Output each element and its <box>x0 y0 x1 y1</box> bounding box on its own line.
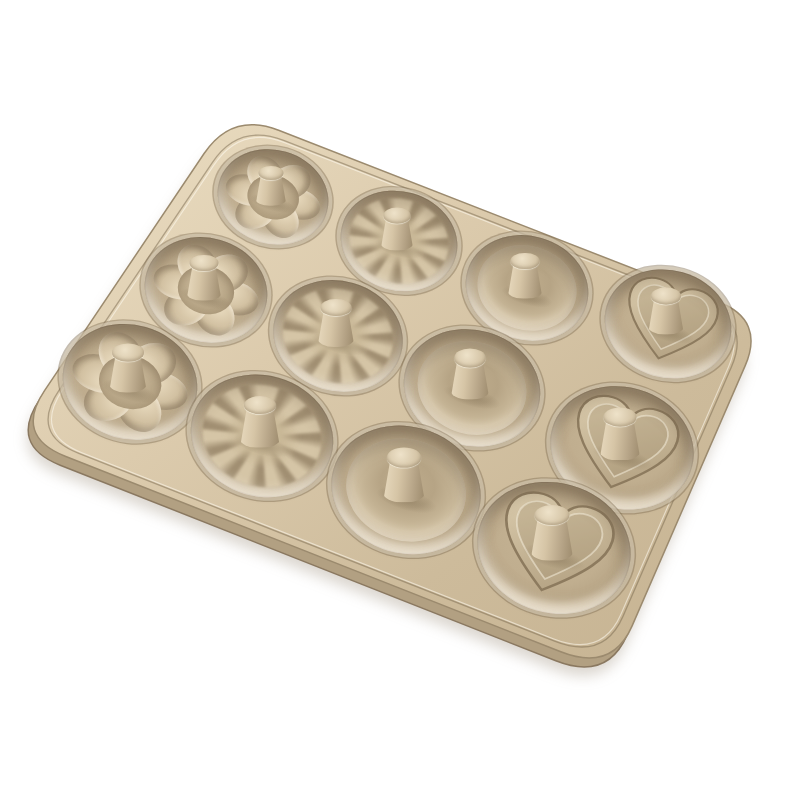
center-post <box>256 166 287 206</box>
post-top-face <box>244 396 277 415</box>
center-post <box>508 253 543 299</box>
center-post <box>187 255 222 301</box>
post-top-face <box>603 407 637 426</box>
post-top-face <box>387 447 421 467</box>
center-post <box>648 288 684 335</box>
post-top-face <box>190 255 219 272</box>
post-top-face <box>321 299 351 316</box>
center-post <box>383 447 425 502</box>
center-post <box>318 299 355 347</box>
center-post <box>240 396 280 448</box>
post-top-face <box>511 253 540 270</box>
center-post <box>109 344 147 393</box>
post-top-face <box>651 288 681 305</box>
center-post <box>381 208 414 251</box>
post-cone <box>256 175 287 205</box>
post-cone <box>381 218 414 251</box>
center-post <box>451 349 490 400</box>
center-post <box>600 407 641 460</box>
center-post <box>531 505 574 561</box>
product-photo-stage: Angled overhead product photo of a champ… <box>0 0 800 800</box>
post-top-face <box>112 344 143 362</box>
post-cone <box>451 361 490 400</box>
